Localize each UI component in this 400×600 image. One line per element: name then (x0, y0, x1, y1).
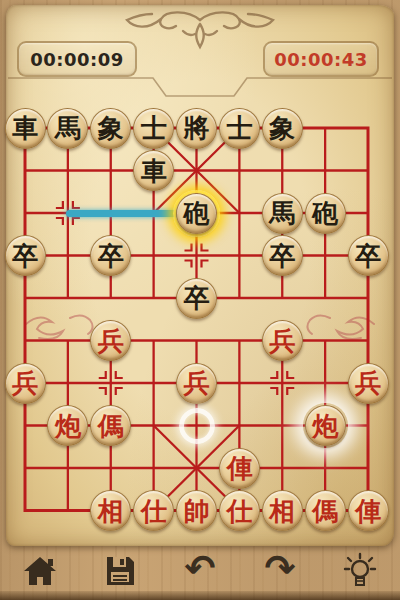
save-icon (101, 552, 139, 590)
piece-black-soldier[interactable]: 卒 (90, 235, 131, 276)
piece-black-elephant[interactable]: 象 (262, 108, 303, 149)
piece-red-cannon[interactable]: 炮 (305, 405, 346, 446)
piece-red-cannon[interactable]: 炮 (47, 405, 88, 446)
undo-icon: ↶ (184, 550, 215, 587)
home-icon (20, 551, 60, 591)
lightbulb-icon (340, 550, 380, 592)
home-button[interactable] (0, 547, 80, 595)
piece-black-soldier[interactable]: 卒 (348, 235, 389, 276)
piece-red-elephant[interactable]: 相 (262, 490, 303, 531)
piece-red-horse[interactable]: 傌 (90, 405, 131, 446)
piece-black-chariot[interactable]: 車 (133, 150, 174, 191)
piece-red-soldier[interactable]: 兵 (348, 363, 389, 404)
piece-red-advisor[interactable]: 仕 (219, 490, 260, 531)
app-root: 00:00:09 00:00:43 車馬象士將士象車砲馬砲卒卒卒卒卒兵兵兵兵兵炮… (0, 0, 400, 600)
piece-black-cannon[interactable]: 砲 (176, 193, 217, 234)
piece-black-horse[interactable]: 馬 (262, 193, 303, 234)
piece-black-horse[interactable]: 馬 (47, 108, 88, 149)
piece-red-soldier[interactable]: 兵 (5, 363, 46, 404)
piece-black-cannon[interactable]: 砲 (305, 193, 346, 234)
redo-icon: ↷ (264, 550, 295, 587)
piece-red-chariot[interactable]: 俥 (348, 490, 389, 531)
piece-red-chariot[interactable]: 俥 (219, 448, 260, 489)
piece-red-soldier[interactable]: 兵 (262, 320, 303, 361)
piece-red-elephant[interactable]: 相 (90, 490, 131, 531)
redo-button[interactable]: ↷ (240, 547, 320, 595)
piece-red-soldier[interactable]: 兵 (176, 363, 217, 404)
save-button[interactable] (80, 547, 160, 595)
piece-black-general[interactable]: 將 (176, 108, 217, 149)
piece-black-chariot[interactable]: 車 (5, 108, 46, 149)
piece-red-advisor[interactable]: 仕 (133, 490, 174, 531)
piece-black-advisor[interactable]: 士 (133, 108, 174, 149)
hint-button[interactable] (320, 547, 400, 595)
piece-black-soldier[interactable]: 卒 (176, 278, 217, 319)
piece-red-soldier[interactable]: 兵 (90, 320, 131, 361)
piece-black-soldier[interactable]: 卒 (262, 235, 303, 276)
piece-red-general[interactable]: 帥 (176, 490, 217, 531)
toolbar: ↶ ↷ (0, 547, 400, 595)
piece-red-horse[interactable]: 傌 (305, 490, 346, 531)
piece-black-advisor[interactable]: 士 (219, 108, 260, 149)
hint-target-ring (179, 408, 215, 444)
piece-black-soldier[interactable]: 卒 (5, 235, 46, 276)
xiangqi-board[interactable]: 車馬象士將士象車砲馬砲卒卒卒卒卒兵兵兵兵兵炮傌炮俥相仕帥仕相傌俥 (0, 0, 400, 600)
piece-black-elephant[interactable]: 象 (90, 108, 131, 149)
undo-button[interactable]: ↶ (160, 547, 240, 595)
